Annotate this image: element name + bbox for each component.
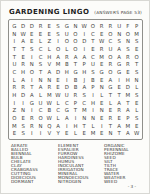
grid-cell: D [19,91,28,99]
grid-cell: U [62,91,71,99]
grid-cell: O [106,68,115,76]
grid-cell: I [27,76,36,84]
grid-cell: L [36,37,45,45]
grid-cell: V [45,130,54,138]
grid-cell: T [124,99,133,107]
grid-cell: N [36,76,45,84]
grid-cell: T [80,122,89,130]
grid-cell: N [19,107,28,115]
grid-cell: R [97,45,106,53]
grid-cell: T [89,37,98,45]
grid-cell: R [97,22,106,30]
grid-cell: U [106,45,115,53]
grid-cell: Z [45,37,54,45]
puzzle-page: GARDENING LINGO (ANSWERS PAGE 53) GDDRES… [0,0,150,194]
grid-cell: D [27,22,36,30]
grid-cell: A [45,68,54,76]
grid-cell: S [54,30,63,38]
grid-cell: E [54,84,63,92]
grid-cell: S [80,91,89,99]
grid-cell: E [27,37,36,45]
grid-cell: O [10,114,19,122]
grid-cell: W [132,130,141,138]
grid-cell: N [10,30,19,38]
grid-cell: O [89,22,98,30]
grid-cell: G [71,68,80,76]
grid-cell: H [19,68,28,76]
grid-cell: E [54,76,63,84]
grid-cell: C [62,99,71,107]
grid-cell: I [80,30,89,38]
grid-cell: L [71,130,80,138]
grid-cell: T [10,45,19,53]
grid-cell: R [124,60,133,68]
grid-cell: L [54,99,63,107]
word-list-column-2: ELEMENTESPALIERFURROWHARDINESSHUMUSINOCU… [58,144,104,184]
grid-cell: A [115,53,124,61]
grid-cell: M [97,53,106,61]
grid-cell: R [27,122,36,130]
grid-cell: V [45,60,54,68]
grid-cell: R [19,84,28,92]
grid-cell: N [115,30,124,38]
grid-cell: D [19,22,28,30]
grid-cell: T [10,53,19,61]
grid-cell: O [71,30,80,38]
grid-cell: S [36,60,45,68]
grid-cell: E [97,76,106,84]
grid-cell: G [106,84,115,92]
grid-cell: S [19,130,28,138]
grid-cell: E [89,45,98,53]
grid-cell: W [80,22,89,30]
grid-cell: D [80,37,89,45]
grid-cell: R [19,60,28,68]
grid-cell: M [89,130,98,138]
grid-cell: U [62,30,71,38]
grid-cell: T [132,60,141,68]
grid-cell: L [10,76,19,84]
grid-cell: G [27,99,36,107]
grid-cell: E [132,45,141,53]
grid-cell: B [45,107,54,115]
grid-cell: I [19,99,28,107]
grid-cell: O [124,30,133,38]
grid-cell: S [54,22,63,30]
grid-cell: M [132,30,141,38]
grid-cell: B [62,60,71,68]
grid-cell: A [80,84,89,92]
grid-cell: U [36,99,45,107]
grid-cell: L [89,122,98,130]
grid-cell: C [80,99,89,107]
answers-note: (ANSWERS PAGE 53) [94,10,142,15]
grid-cell: W [97,37,106,45]
grid-cell: I [62,122,71,130]
grid-cell: N [36,122,45,130]
grid-cell: G [62,107,71,115]
grid-cell: A [106,76,115,84]
grid-cell: O [71,37,80,45]
grid-cell: P [124,114,133,122]
grid-cell: H [10,91,19,99]
word-item: WEED [104,180,143,184]
grid-cell: M [45,91,54,99]
grid-cell: D [62,84,71,92]
grid-cell: P [132,22,141,30]
grid-cell: B [71,84,80,92]
grid-cell: R [124,53,133,61]
grid-cell: A [27,91,36,99]
grid-cell: A [62,114,71,122]
grid-cell: O [106,30,115,38]
grid-cell: O [62,37,71,45]
grid-cell: T [115,130,124,138]
grid-cell: T [19,45,28,53]
grid-cell: U [89,60,98,68]
grid-cell: A [80,53,89,61]
grid-cell: C [106,37,115,45]
grid-cell: O [132,53,141,61]
grid-cell: S [132,37,141,45]
grid-cell: G [10,22,19,30]
grid-cell: O [54,45,63,53]
grid-cell: I [89,107,98,115]
grid-cell: G [115,68,124,76]
grid-cell: H [45,53,54,61]
grid-cell: R [115,107,124,115]
grid-cell: C [36,53,45,61]
grid-cell: H [80,68,89,76]
grid-cell: E [97,130,106,138]
grid-cell: L [106,99,115,107]
grid-cell: W [54,91,63,99]
grid-cell: I [54,37,63,45]
grid-cell: M [54,60,63,68]
grid-cell: E [19,53,28,61]
page-number: - 3 - [128,184,136,189]
grid-cell: E [97,114,106,122]
grid-cell: T [115,91,124,99]
grid-cell: S [89,68,98,76]
grid-cell: R [106,22,115,30]
grid-cell: I [27,53,36,61]
grid-cell: R [71,91,80,99]
grid-cell: I [10,37,19,45]
grid-cell: I [97,122,106,130]
grid-cell: N [124,37,133,45]
grid-cell: S [19,122,28,130]
grid-cell: N [97,84,106,92]
grid-border-box: GDDRESGNWORRUFPNWEEESUOICEONOMIAELZIOODT… [8,19,143,140]
word-search-grid: GDDRESGNWORRUFPNWEEESUOICEONOMIAELZIOODT… [10,22,141,137]
grid-cell: L [132,84,141,92]
grid-cell: R [45,84,54,92]
grid-cell: C [54,107,63,115]
grid-cell: C [36,45,45,53]
grid-cell: M [124,91,133,99]
grid-cell: L [132,107,141,115]
grid-cell: E [106,107,115,115]
grid-cell: A [54,53,63,61]
grid-cell: T [106,91,115,99]
grid-cell: S [124,45,133,53]
puzzle-title: GARDENING LINGO [9,8,89,16]
grid-cell: S [27,45,36,53]
grid-cell: U [115,22,124,30]
grid-cell: C [89,30,98,38]
grid-cell: Q [45,122,54,130]
grid-cell: O [27,68,36,76]
grid-cell: N [80,114,89,122]
grid-cell: I [27,130,36,138]
grid-cell: A [71,53,80,61]
grid-cell: N [89,114,98,122]
grid-cell: Z [10,107,19,115]
grid-cell: N [27,60,36,68]
grid-cell: W [45,114,54,122]
grid-cell: N [71,22,80,30]
grid-cell: G [97,68,106,76]
grid-cell: R [62,53,71,61]
grid-cell: S [132,91,141,99]
grid-cell: N [45,76,54,84]
grid-cell: R [106,114,115,122]
grid-cell: A [19,76,28,84]
grid-cell: I [89,91,98,99]
grid-cell: P [71,99,80,107]
grid-cell: Y [54,130,63,138]
grid-cell: N [132,76,141,84]
grid-cell: A [115,122,124,130]
grid-cell: R [10,84,19,92]
grid-cell: B [89,76,98,84]
grid-cell: E [45,22,54,30]
grid-cell: S [115,37,124,45]
grid-cell: I [62,76,71,84]
grid-cell: H [124,76,133,84]
grid-cell: N [97,107,106,115]
grid-cell: R [27,114,36,122]
grid-cell: I [27,107,36,115]
grid-cell: D [54,68,63,76]
word-list-column-1: AERATEBALLEDBIENNIALBULBCHELATECLAYCRABG… [11,144,58,184]
grid-cell: E [132,122,141,130]
grid-cell: B [71,76,80,84]
grid-cell: E [115,114,124,122]
grid-cell: E [97,60,106,68]
grid-cell: A [124,107,133,115]
grid-cell: L [36,91,45,99]
grid-cell: P [80,60,89,68]
grid-cell: E [115,84,124,92]
grid-cell: I [36,130,45,138]
grid-cell: G [62,22,71,30]
grid-cell: T [71,107,80,115]
grid-cell: I [10,99,19,107]
grid-cell: I [80,45,89,53]
grid-cell: M [124,122,133,130]
grid-cell: A [36,84,45,92]
grid-cell: E [132,99,141,107]
grid-cell: H [71,122,80,130]
grid-cell: E [80,130,89,138]
grid-cell: T [106,122,115,130]
grid-cell: A [115,45,124,53]
grid-cell: H [89,99,98,107]
grid-cell: U [10,60,19,68]
grid-cell: L [54,114,63,122]
grid-cell: S [132,68,141,76]
grid-cell: L [45,45,54,53]
grid-cell: A [124,130,133,138]
grid-cell: M [80,107,89,115]
grid-cell: W [19,30,28,38]
grid-cell: E [97,30,106,38]
grid-cell: S [132,114,141,122]
grid-cell: A [54,122,63,130]
word-item: NITROGEN [58,180,104,184]
grid-cell: L [97,91,106,99]
grid-cell: L [62,45,71,53]
grid-cell: A [19,37,28,45]
grid-cell: E [45,30,54,38]
grid-cell: N [106,130,115,138]
grid-cell: O [36,114,45,122]
grid-cell: R [106,60,115,68]
grid-cell: I [71,114,80,122]
grid-cell: R [36,22,45,30]
grid-cell: P [89,84,98,92]
grid-cell: F [124,22,133,30]
grid-cell: C [36,107,45,115]
grid-cell: E [10,130,19,138]
grid-cell: I [115,76,124,84]
grid-cell: H [62,68,71,76]
grid-cell: D [124,84,133,92]
grid-cell: J [80,76,89,84]
grid-cell: M [10,122,19,130]
grid-cell: O [71,45,80,53]
grid-cell: E [19,114,28,122]
grid-cell: E [62,130,71,138]
grid-cell: C [89,53,98,61]
grid-cell: A [115,99,124,107]
grid-cell: O [106,53,115,61]
word-list: AERATEBALLEDBIENNIALBULBCHELATECLAYCRABG… [8,144,143,184]
grid-cell: E [27,30,36,38]
grid-cell: G [115,60,124,68]
grid-cell: W [45,99,54,107]
puzzle-header: GARDENING LINGO (ANSWERS PAGE 53) [9,8,142,16]
grid-cell: E [124,68,133,76]
grid-cell: T [27,84,36,92]
word-item: DORMANT [11,180,58,184]
word-list-column-3: ORGANICPERENNIALRHIZOMESEEDSILTTILTHTRAC… [104,144,143,184]
grid-cell: E [97,99,106,107]
grid-cell: T [36,68,45,76]
grid-cell: E [36,30,45,38]
grid-cell: T [71,60,80,68]
grid-cell: C [10,68,19,76]
